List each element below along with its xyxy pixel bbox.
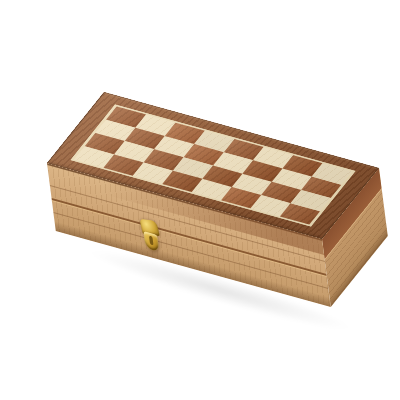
product-photo-background (0, 0, 400, 400)
